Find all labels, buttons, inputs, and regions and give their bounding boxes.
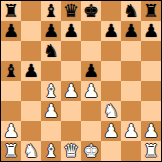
square-e6[interactable] [81,41,101,61]
square-b4[interactable] [21,81,41,101]
square-d5[interactable] [61,61,81,81]
black-pawn[interactable]: ♟ [23,61,39,81]
square-a8[interactable]: ♜ [1,1,21,21]
square-f3[interactable]: ♞ [101,101,121,121]
square-d4[interactable]: ♟ [61,81,81,101]
square-b7[interactable] [21,21,41,41]
square-a2[interactable]: ♟ [1,121,21,141]
square-g4[interactable] [121,81,141,101]
square-a4[interactable] [1,81,21,101]
square-f8[interactable] [101,1,121,21]
white-bishop[interactable]: ♝ [43,141,59,161]
square-b5[interactable]: ♟ [21,61,41,81]
square-e7[interactable] [81,21,101,41]
square-h1[interactable]: ♜ [141,141,161,161]
black-pawn[interactable]: ♟ [63,21,79,41]
black-bishop[interactable]: ♝ [43,1,59,21]
square-h7[interactable]: ♟ [141,21,161,41]
square-d6[interactable] [61,41,81,61]
square-c5[interactable] [41,61,61,81]
square-c7[interactable]: ♟ [41,21,61,41]
white-king[interactable]: ♚ [83,141,99,161]
square-d1[interactable]: ♛ [61,141,81,161]
square-d3[interactable] [61,101,81,121]
square-a3[interactable] [1,101,21,121]
square-g2[interactable]: ♟ [121,121,141,141]
square-f5[interactable] [101,61,121,81]
white-bishop[interactable]: ♝ [43,81,59,101]
square-f1[interactable] [101,141,121,161]
square-e2[interactable] [81,121,101,141]
square-c4[interactable]: ♝ [41,81,61,101]
square-f4[interactable] [101,81,121,101]
chess-board: ♜♝♛♚♞♜♟♟♟♟♟♟♞♝♟♟♝♟♟♟♞♟♟♟♟♜♞♝♛♚♜ [0,0,162,162]
white-knight[interactable]: ♞ [103,101,119,121]
square-h4[interactable] [141,81,161,101]
white-queen[interactable]: ♛ [63,141,79,161]
square-h5[interactable] [141,61,161,81]
square-a5[interactable]: ♝ [1,61,21,81]
black-queen[interactable]: ♛ [63,1,79,21]
square-c3[interactable]: ♟ [41,101,61,121]
square-c2[interactable] [41,121,61,141]
square-h2[interactable]: ♟ [141,121,161,141]
square-g1[interactable] [121,141,141,161]
black-knight[interactable]: ♞ [43,41,59,61]
white-rook[interactable]: ♜ [3,141,19,161]
white-pawn[interactable]: ♟ [83,81,99,101]
black-bishop[interactable]: ♝ [3,61,19,81]
square-h6[interactable] [141,41,161,61]
square-g6[interactable] [121,41,141,61]
square-c1[interactable]: ♝ [41,141,61,161]
square-b6[interactable] [21,41,41,61]
square-b1[interactable]: ♞ [21,141,41,161]
square-g7[interactable]: ♟ [121,21,141,41]
white-rook[interactable]: ♜ [143,141,159,161]
square-d8[interactable]: ♛ [61,1,81,21]
square-e5[interactable]: ♟ [81,61,101,81]
square-b3[interactable] [21,101,41,121]
square-e8[interactable]: ♚ [81,1,101,21]
square-f6[interactable] [101,41,121,61]
white-pawn[interactable]: ♟ [63,81,79,101]
square-f7[interactable]: ♟ [101,21,121,41]
square-g3[interactable] [121,101,141,121]
square-e1[interactable]: ♚ [81,141,101,161]
black-pawn[interactable]: ♟ [3,21,19,41]
square-h3[interactable] [141,101,161,121]
square-g8[interactable]: ♞ [121,1,141,21]
black-pawn[interactable]: ♟ [83,61,99,81]
white-pawn[interactable]: ♟ [143,121,159,141]
square-a1[interactable]: ♜ [1,141,21,161]
white-pawn[interactable]: ♟ [3,121,19,141]
square-e4[interactable]: ♟ [81,81,101,101]
black-rook[interactable]: ♜ [3,1,19,21]
black-pawn[interactable]: ♟ [123,21,139,41]
square-a6[interactable] [1,41,21,61]
square-h8[interactable]: ♜ [141,1,161,21]
square-g5[interactable] [121,61,141,81]
black-king[interactable]: ♚ [83,1,99,21]
square-a7[interactable]: ♟ [1,21,21,41]
square-b8[interactable] [21,1,41,21]
black-pawn[interactable]: ♟ [43,21,59,41]
square-f2[interactable]: ♟ [101,121,121,141]
black-rook[interactable]: ♜ [143,1,159,21]
black-pawn[interactable]: ♟ [103,21,119,41]
white-knight[interactable]: ♞ [23,141,39,161]
square-b2[interactable] [21,121,41,141]
square-d2[interactable] [61,121,81,141]
white-pawn[interactable]: ♟ [103,121,119,141]
white-pawn[interactable]: ♟ [123,121,139,141]
white-pawn[interactable]: ♟ [43,101,59,121]
square-c8[interactable]: ♝ [41,1,61,21]
black-pawn[interactable]: ♟ [143,21,159,41]
square-c6[interactable]: ♞ [41,41,61,61]
square-e3[interactable] [81,101,101,121]
square-d7[interactable]: ♟ [61,21,81,41]
black-knight[interactable]: ♞ [123,1,139,21]
